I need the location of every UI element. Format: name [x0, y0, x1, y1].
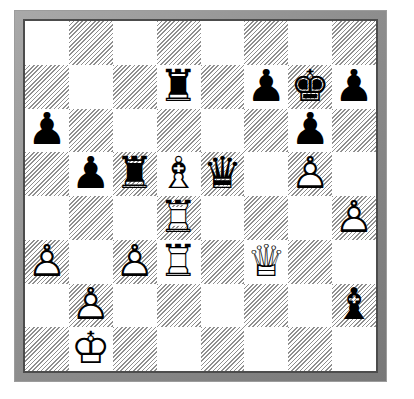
square-d5[interactable]: ♝♗ [157, 152, 201, 196]
square-h5[interactable] [332, 152, 376, 196]
square-f7[interactable]: ♙♟ [244, 65, 288, 109]
square-e7[interactable] [201, 65, 245, 109]
black-queen-e5[interactable]: ♕♛ [201, 152, 245, 196]
white-pawn-a3[interactable]: ♟♙ [25, 240, 69, 284]
square-g3[interactable] [288, 240, 332, 284]
black-pawn-g6[interactable]: ♙♟ [288, 109, 332, 153]
square-d4[interactable]: ♜♖ [157, 196, 201, 240]
black-pawn-h7[interactable]: ♙♟ [332, 65, 376, 109]
black-queen-icon: ♛ [201, 151, 245, 195]
square-e2[interactable] [201, 284, 245, 328]
square-f3[interactable]: ♛♕ [244, 240, 288, 284]
white-queen-f3[interactable]: ♛♕ [244, 240, 288, 284]
black-king-g7[interactable]: ♔♚ [288, 65, 332, 109]
white-bishop-icon: ♗ [157, 151, 201, 195]
white-pawn-icon: ♙ [288, 151, 332, 195]
white-pawn-g5[interactable]: ♟♙ [288, 152, 332, 196]
square-c5[interactable]: ♖♜ [113, 152, 157, 196]
black-rook-icon: ♜ [113, 151, 157, 195]
square-a2[interactable] [25, 284, 69, 328]
black-pawn-icon: ♟ [25, 108, 69, 152]
square-a5[interactable] [25, 152, 69, 196]
square-d7[interactable]: ♖♜ [157, 65, 201, 109]
square-d8[interactable] [157, 21, 201, 65]
square-c7[interactable] [113, 65, 157, 109]
square-a3[interactable]: ♟♙ [25, 240, 69, 284]
white-pawn-icon: ♙ [69, 283, 113, 327]
square-g7[interactable]: ♔♚ [288, 65, 332, 109]
square-b3[interactable] [69, 240, 113, 284]
white-rook-icon: ♖ [157, 195, 201, 239]
black-pawn-a6[interactable]: ♙♟ [25, 109, 69, 153]
square-a1[interactable] [25, 327, 69, 371]
white-pawn-icon: ♙ [332, 195, 376, 239]
square-f4[interactable] [244, 196, 288, 240]
square-b6[interactable] [69, 109, 113, 153]
square-g4[interactable] [288, 196, 332, 240]
white-bishop-d5[interactable]: ♝♗ [157, 152, 201, 196]
chess-board: ♖♜♙♟♔♚♙♟♙♟♙♟♙♟♖♜♝♗♕♛♟♙♜♖♟♙♟♙♟♙♜♖♛♕♟♙♗♝♚♔ [25, 21, 376, 371]
white-rook-d4[interactable]: ♜♖ [157, 196, 201, 240]
black-bishop-h2[interactable]: ♗♝ [332, 284, 376, 328]
square-e1[interactable] [201, 327, 245, 371]
square-a6[interactable]: ♙♟ [25, 109, 69, 153]
square-g5[interactable]: ♟♙ [288, 152, 332, 196]
square-e6[interactable] [201, 109, 245, 153]
chess-diagram: ♖♜♙♟♔♚♙♟♙♟♙♟♙♟♖♜♝♗♕♛♟♙♜♖♟♙♟♙♟♙♜♖♛♕♟♙♗♝♚♔ [0, 0, 414, 399]
black-pawn-icon: ♟ [332, 64, 376, 108]
black-rook-d7[interactable]: ♖♜ [157, 65, 201, 109]
square-h6[interactable] [332, 109, 376, 153]
white-rook-icon: ♖ [157, 239, 201, 283]
black-pawn-icon: ♟ [288, 108, 332, 152]
black-pawn-b5[interactable]: ♙♟ [69, 152, 113, 196]
white-pawn-h4[interactable]: ♟♙ [332, 196, 376, 240]
square-e3[interactable] [201, 240, 245, 284]
black-rook-icon: ♜ [157, 64, 201, 108]
square-f6[interactable] [244, 109, 288, 153]
square-d1[interactable] [157, 327, 201, 371]
square-c3[interactable]: ♟♙ [113, 240, 157, 284]
square-d3[interactable]: ♜♖ [157, 240, 201, 284]
square-h7[interactable]: ♙♟ [332, 65, 376, 109]
square-b7[interactable] [69, 65, 113, 109]
square-h1[interactable] [332, 327, 376, 371]
white-rook-d3[interactable]: ♜♖ [157, 240, 201, 284]
black-pawn-icon: ♟ [69, 151, 113, 195]
square-f8[interactable] [244, 21, 288, 65]
square-b8[interactable] [69, 21, 113, 65]
square-b4[interactable] [69, 196, 113, 240]
black-pawn-f7[interactable]: ♙♟ [244, 65, 288, 109]
white-king-icon: ♔ [69, 326, 113, 370]
board-inner-border: ♖♜♙♟♔♚♙♟♙♟♙♟♙♟♖♜♝♗♕♛♟♙♜♖♟♙♟♙♟♙♜♖♛♕♟♙♗♝♚♔ [23, 19, 378, 373]
square-h2[interactable]: ♗♝ [332, 284, 376, 328]
square-c2[interactable] [113, 284, 157, 328]
square-c6[interactable] [113, 109, 157, 153]
white-pawn-icon: ♙ [25, 239, 69, 283]
square-a4[interactable] [25, 196, 69, 240]
square-h8[interactable] [332, 21, 376, 65]
square-f2[interactable] [244, 284, 288, 328]
square-c1[interactable] [113, 327, 157, 371]
black-pawn-icon: ♟ [244, 64, 288, 108]
black-rook-c5[interactable]: ♖♜ [113, 152, 157, 196]
square-g8[interactable] [288, 21, 332, 65]
square-b2[interactable]: ♟♙ [69, 284, 113, 328]
white-pawn-icon: ♙ [113, 239, 157, 283]
black-king-icon: ♚ [288, 64, 332, 108]
square-h3[interactable] [332, 240, 376, 284]
square-g1[interactable] [288, 327, 332, 371]
square-f5[interactable] [244, 152, 288, 196]
white-king-b1[interactable]: ♚♔ [69, 327, 113, 371]
square-g2[interactable] [288, 284, 332, 328]
square-c8[interactable] [113, 21, 157, 65]
board-frame: ♖♜♙♟♔♚♙♟♙♟♙♟♙♟♖♜♝♗♕♛♟♙♜♖♟♙♟♙♟♙♜♖♛♕♟♙♗♝♚♔ [14, 10, 387, 382]
white-queen-icon: ♕ [244, 239, 288, 283]
square-b5[interactable]: ♙♟ [69, 152, 113, 196]
square-d6[interactable] [157, 109, 201, 153]
square-g6[interactable]: ♙♟ [288, 109, 332, 153]
square-c4[interactable] [113, 196, 157, 240]
square-f1[interactable] [244, 327, 288, 371]
square-d2[interactable] [157, 284, 201, 328]
white-pawn-b2[interactable]: ♟♙ [69, 284, 113, 328]
square-h4[interactable]: ♟♙ [332, 196, 376, 240]
square-e4[interactable] [201, 196, 245, 240]
black-bishop-icon: ♝ [332, 283, 376, 327]
square-e8[interactable] [201, 21, 245, 65]
white-pawn-c3[interactable]: ♟♙ [113, 240, 157, 284]
square-a8[interactable] [25, 21, 69, 65]
square-b1[interactable]: ♚♔ [69, 327, 113, 371]
square-e5[interactable]: ♕♛ [201, 152, 245, 196]
square-a7[interactable] [25, 65, 69, 109]
